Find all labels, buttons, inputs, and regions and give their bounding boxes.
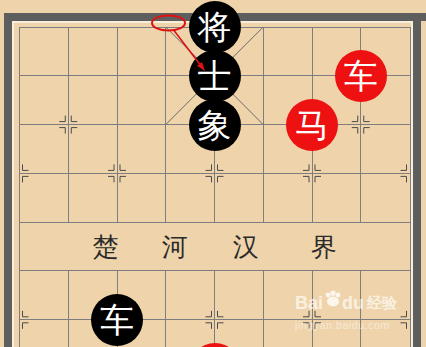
board-cell xyxy=(215,28,264,77)
board-cell xyxy=(215,271,264,320)
xiangqi-board-screenshot: 楚 河 汉 界 将士象车马车 Bai du 经验 jingyan. xyxy=(0,0,426,347)
board-cell xyxy=(118,76,167,125)
baidu-watermark-url: jingyan.baidu.com xyxy=(295,319,397,331)
river-band: 楚 河 汉 界 xyxy=(20,223,410,272)
board-cell xyxy=(118,320,167,347)
board-cell xyxy=(166,76,215,125)
river-char-jie: 界 xyxy=(311,229,337,264)
board-cell xyxy=(215,320,264,347)
board-cell xyxy=(166,125,215,174)
board-cell xyxy=(69,320,118,347)
board-cell xyxy=(264,28,313,77)
board-cell xyxy=(264,125,313,174)
baidu-paw-icon xyxy=(323,290,343,312)
board-cell xyxy=(361,125,410,174)
board-cell xyxy=(118,174,167,223)
board-cell xyxy=(69,271,118,320)
board-cell xyxy=(20,125,69,174)
board-cell xyxy=(20,76,69,125)
board-cell xyxy=(166,174,215,223)
baidu-watermark-suffix: 经验 xyxy=(367,293,397,313)
board-cell xyxy=(20,28,69,77)
board-cell xyxy=(215,174,264,223)
board-cell xyxy=(166,271,215,320)
board-cell xyxy=(118,28,167,77)
board-cell xyxy=(215,125,264,174)
river-char-han: 汉 xyxy=(233,229,259,264)
board-cell xyxy=(361,28,410,77)
board-cell xyxy=(313,125,362,174)
baidu-brand-left: Bai xyxy=(295,293,323,313)
board-cell xyxy=(215,76,264,125)
board-cell xyxy=(264,174,313,223)
board-frame-top-extension xyxy=(421,13,426,21)
board-cell xyxy=(166,28,215,77)
board-cell xyxy=(166,320,215,347)
board-cell xyxy=(69,28,118,77)
baidu-watermark: Bai du 经验 jingyan.baidu.com xyxy=(295,290,397,331)
board-cell xyxy=(118,125,167,174)
board-cell xyxy=(264,76,313,125)
board-cell xyxy=(313,76,362,125)
board-cell xyxy=(20,174,69,223)
board-cell xyxy=(69,125,118,174)
board-cell xyxy=(20,271,69,320)
board-cell xyxy=(313,174,362,223)
river-char-he: 河 xyxy=(162,229,188,264)
board-cell xyxy=(118,271,167,320)
board-cell xyxy=(20,320,69,347)
baidu-watermark-brand: Bai du 经验 xyxy=(295,290,397,313)
board-cell xyxy=(69,76,118,125)
board-cell xyxy=(361,76,410,125)
baidu-brand-right: du xyxy=(342,293,364,313)
board-cell xyxy=(69,174,118,223)
river-char-chu: 楚 xyxy=(93,229,119,264)
board-cell xyxy=(313,28,362,77)
board-cell xyxy=(361,174,410,223)
